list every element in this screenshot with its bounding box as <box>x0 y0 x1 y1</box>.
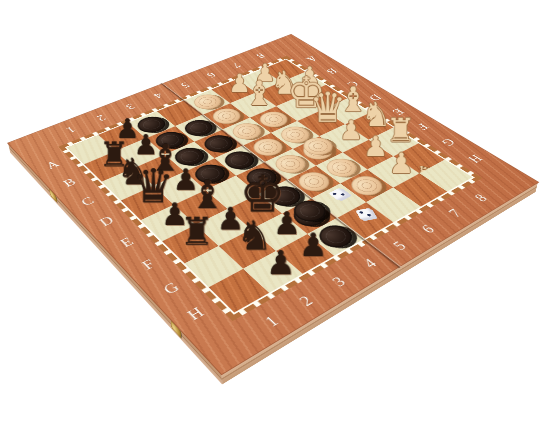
rank-label-left-F: F <box>134 255 163 275</box>
file-label-bottom-8: 8 <box>467 190 494 206</box>
rank-label-right-H: H <box>463 152 488 167</box>
product-photo-canvas: ♟♟♟♜♟♝♞♟♞♝♚♛♟♛♝♟♝♟♞♜♟♚♟♜♞♟♟♜♟♟ AA11BB22C… <box>0 0 550 448</box>
rank-label-left-G: G <box>156 278 186 299</box>
rank-label-left-C: C <box>74 193 101 210</box>
rank-label-right-G: G <box>436 135 460 149</box>
rank-label-left-A: A <box>40 158 65 173</box>
dark-pawn[interactable]: ♟ <box>252 248 310 278</box>
file-label-bottom-1: 1 <box>256 310 287 333</box>
dotted-inner-border: ♟♟♟♜♟♝♞♟♞♝♚♛♟♛♝♟♝♟♞♜♟♚♟♜♞♟♟♜♟♟ <box>58 56 482 321</box>
file-label-top-3: 3 <box>119 101 142 113</box>
file-label-bottom-7: 7 <box>441 205 468 222</box>
file-label-top-4: 4 <box>147 90 169 102</box>
rank-label-left-E: E <box>113 233 141 252</box>
brass-latch-icon <box>171 320 182 339</box>
file-label-bottom-3: 3 <box>324 271 354 292</box>
square-F1[interactable]: ♜ <box>162 225 219 264</box>
light-bishop[interactable]: ♝ <box>237 78 282 109</box>
dark-rook[interactable]: ♜ <box>169 215 225 250</box>
file-label-bottom-5: 5 <box>385 236 413 255</box>
file-label-bottom-4: 4 <box>355 253 384 273</box>
rank-label-left-H: H <box>180 303 211 325</box>
file-label-bottom-2: 2 <box>291 290 322 312</box>
file-label-top-5: 5 <box>174 79 196 90</box>
file-label-bottom-6: 6 <box>414 220 442 238</box>
die-showing-2 <box>328 188 349 201</box>
rank-label-left-B: B <box>56 175 82 191</box>
light-pawn[interactable]: ♟ <box>376 151 426 177</box>
die-showing-2 <box>355 208 375 220</box>
file-label-top-1: 1 <box>59 123 83 136</box>
rank-label-left-D: D <box>93 212 120 230</box>
brass-latch-icon <box>49 188 57 203</box>
game-board[interactable]: ♟♟♟♜♟♝♞♟♞♝♚♛♟♛♝♟♝♟♞♜♟♚♟♜♞♟♟♜♟♟ AA11BB22C… <box>8 34 538 374</box>
